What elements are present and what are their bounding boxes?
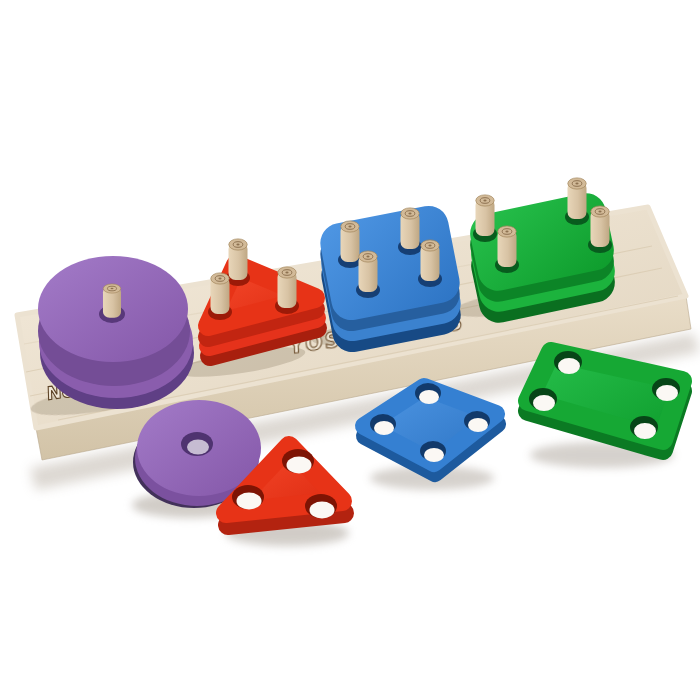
peg [401, 208, 420, 249]
toy-photo-scene: YOSHA TOYS No2. [0, 0, 700, 700]
peg [568, 178, 587, 219]
loose-circle-hole-floor [187, 440, 209, 455]
loose-rectangle-piece [528, 351, 682, 450]
peg [359, 251, 378, 292]
peg [211, 273, 230, 314]
scene-canvas: YOSHA TOYS No2. [0, 0, 700, 700]
peg [341, 221, 360, 262]
peg [498, 226, 517, 267]
peg [229, 239, 248, 280]
square-stack [317, 202, 464, 355]
peg [278, 267, 297, 308]
circle-stack [38, 256, 194, 409]
peg [103, 284, 121, 318]
triangle-stack [208, 239, 317, 356]
peg [421, 240, 440, 281]
peg [591, 206, 610, 247]
peg [476, 195, 495, 236]
